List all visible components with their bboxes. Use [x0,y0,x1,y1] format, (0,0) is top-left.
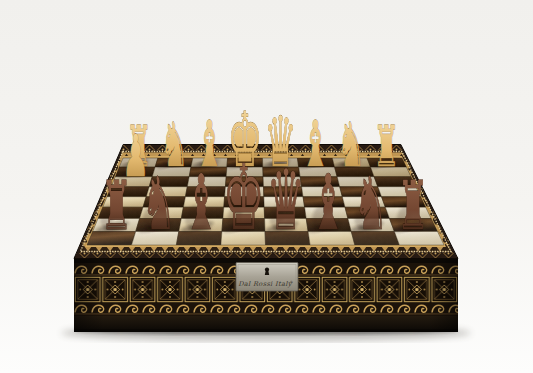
brand-text: Dal Rossi Italy [238,280,293,288]
box-bottom-edge [74,330,458,333]
piece-dark-king-d2: ♚ [222,145,264,250]
piece-dark-knight-g2: ♞ [354,161,388,246]
piece-dark-rook-h2: ♜ [397,166,429,245]
piece-dark-queen-e2: ♛ [267,151,306,249]
piece-dark-bishop-f2: ♝ [311,159,347,247]
box-left-shading [74,258,104,332]
greek-wave-band-bottom [74,303,458,316]
box-right-shading [428,258,458,332]
brand-plaque: Dal Rossi Italy ® [236,263,298,292]
scene: Dal Rossi Italy ® ♜♞♝♚♛♝♞♜♟♜♞♝♚♛♝♞♜ [0,0,533,373]
box-base-strip [74,316,458,332]
registered-mark: ® [290,280,293,284]
piece-dark-rook-a2: ♜ [101,166,133,245]
piece-dark-knight-b2: ♞ [142,161,176,246]
chess-box-product-photo: Dal Rossi Italy ® ♜♞♝♚♛♝♞♜♟♜♞♝♚♛♝♞♜ [0,0,533,373]
piece-dark-bishop-c2: ♝ [183,159,219,247]
